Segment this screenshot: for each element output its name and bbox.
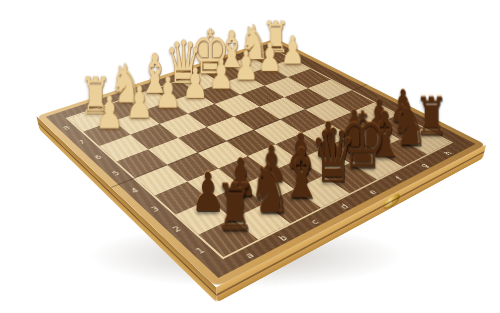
square-h7: ♟ xyxy=(269,59,310,77)
piece-dark-rook-icon: ♜ xyxy=(215,175,248,239)
square-g5 xyxy=(284,88,329,109)
square-e6 xyxy=(215,95,260,117)
piece-light-king-icon: ♚ xyxy=(191,21,215,83)
brass-clasp-icon xyxy=(383,192,400,210)
square-c8: ♝ xyxy=(127,90,171,111)
square-b6 xyxy=(130,124,178,149)
chess-set-photo: ♜♞♝♛♚♝♞♜♟♟♟♟♟♟♟♟♟♟♟♟♟♟♟♟♜♞♝♛♚♝♞♜ abcdefg… xyxy=(0,0,500,313)
piece-light-pawn-icon: ♟ xyxy=(281,31,304,70)
square-e7: ♟ xyxy=(197,83,241,104)
piece-light-pawn-icon: ♟ xyxy=(233,46,257,86)
piece-light-pawn-icon: ♟ xyxy=(126,80,152,124)
square-c7: ♟ xyxy=(143,101,188,124)
board-wrap: ♜♞♝♛♚♝♞♜♟♟♟♟♟♟♟♟♟♟♟♟♟♟♟♟♜♞♝♛♚♝♞♜ abcdefg… xyxy=(94,0,414,290)
square-d8: ♛ xyxy=(154,81,197,101)
piece-light-pawn-icon: ♟ xyxy=(182,62,207,104)
piece-light-bishop-icon: ♝ xyxy=(216,24,239,75)
piece-light-pawn-icon: ♟ xyxy=(258,38,281,77)
square-h8: ♜ xyxy=(251,50,291,67)
square-d7: ♟ xyxy=(170,92,214,114)
piece-light-queen-icon: ♛ xyxy=(165,33,189,92)
piece-light-knight-icon: ♞ xyxy=(240,19,263,67)
square-f8: ♝ xyxy=(205,65,246,84)
board-grid: ♜♞♝♛♚♝♞♜♟♟♟♟♟♟♟♟♟♟♟♟♟♟♟♟♜♞♝♛♚♝♞♜ xyxy=(66,49,454,260)
square-f5 xyxy=(260,97,306,119)
square-f7: ♟ xyxy=(222,75,265,95)
board-frame: ♜♞♝♛♚♝♞♜♟♟♟♟♟♟♟♟♟♟♟♟♟♟♟♟♜♞♝♛♚♝♞♜ xyxy=(46,42,476,278)
square-e5 xyxy=(234,107,280,130)
square-e8: ♚ xyxy=(180,73,222,93)
square-f6 xyxy=(240,86,284,107)
piece-light-rook-icon: ♜ xyxy=(262,16,284,59)
square-d6 xyxy=(188,104,234,127)
piece-light-pawn-icon: ♟ xyxy=(155,71,181,114)
square-d5 xyxy=(207,117,254,141)
piece-light-bishop-icon: ♝ xyxy=(138,47,163,101)
square-g8: ♞ xyxy=(228,57,269,75)
square-g6 xyxy=(265,77,308,97)
square-h6 xyxy=(288,69,330,88)
square-g7: ♟ xyxy=(246,67,288,86)
piece-light-pawn-icon: ♟ xyxy=(208,54,232,95)
piece-light-pawn-icon: ♟ xyxy=(95,90,122,135)
